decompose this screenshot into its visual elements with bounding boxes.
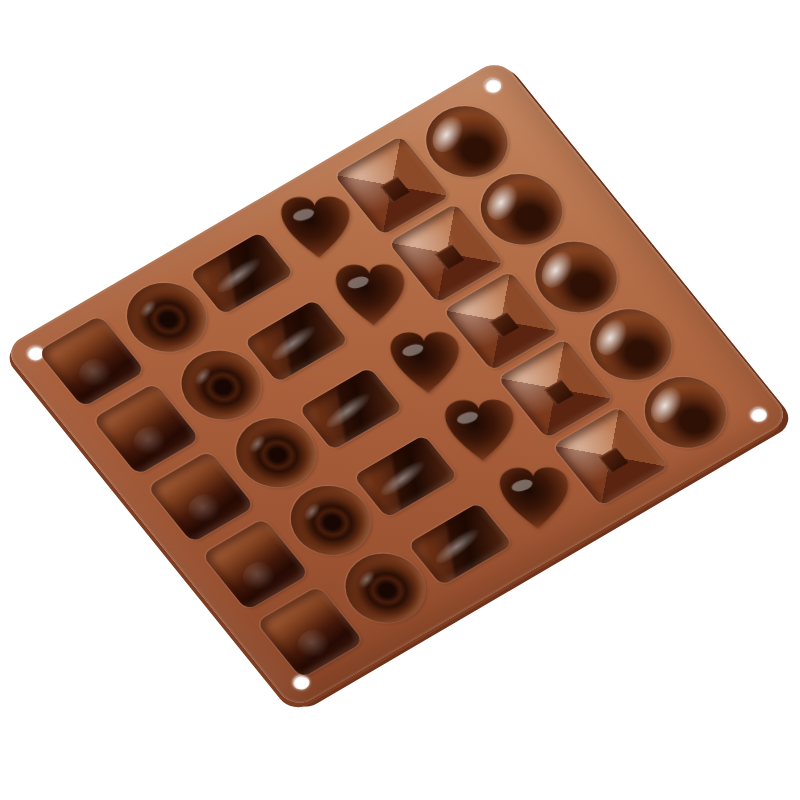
product-photo xyxy=(0,0,800,800)
hanging-hole xyxy=(747,405,770,425)
cavity-heart xyxy=(489,462,580,537)
cavity-heart xyxy=(270,192,361,267)
cavity-heart xyxy=(325,259,416,334)
hanging-hole xyxy=(481,76,504,96)
cavity-heart xyxy=(380,327,471,402)
cavity-heart xyxy=(434,395,525,470)
heart-shape xyxy=(270,192,361,267)
cavity-grid xyxy=(26,86,750,688)
heart-shape xyxy=(434,395,525,470)
chocolate-mold xyxy=(3,58,791,710)
heart-shape xyxy=(489,462,580,537)
heart-shape xyxy=(325,259,416,334)
heart-shape xyxy=(380,327,471,402)
